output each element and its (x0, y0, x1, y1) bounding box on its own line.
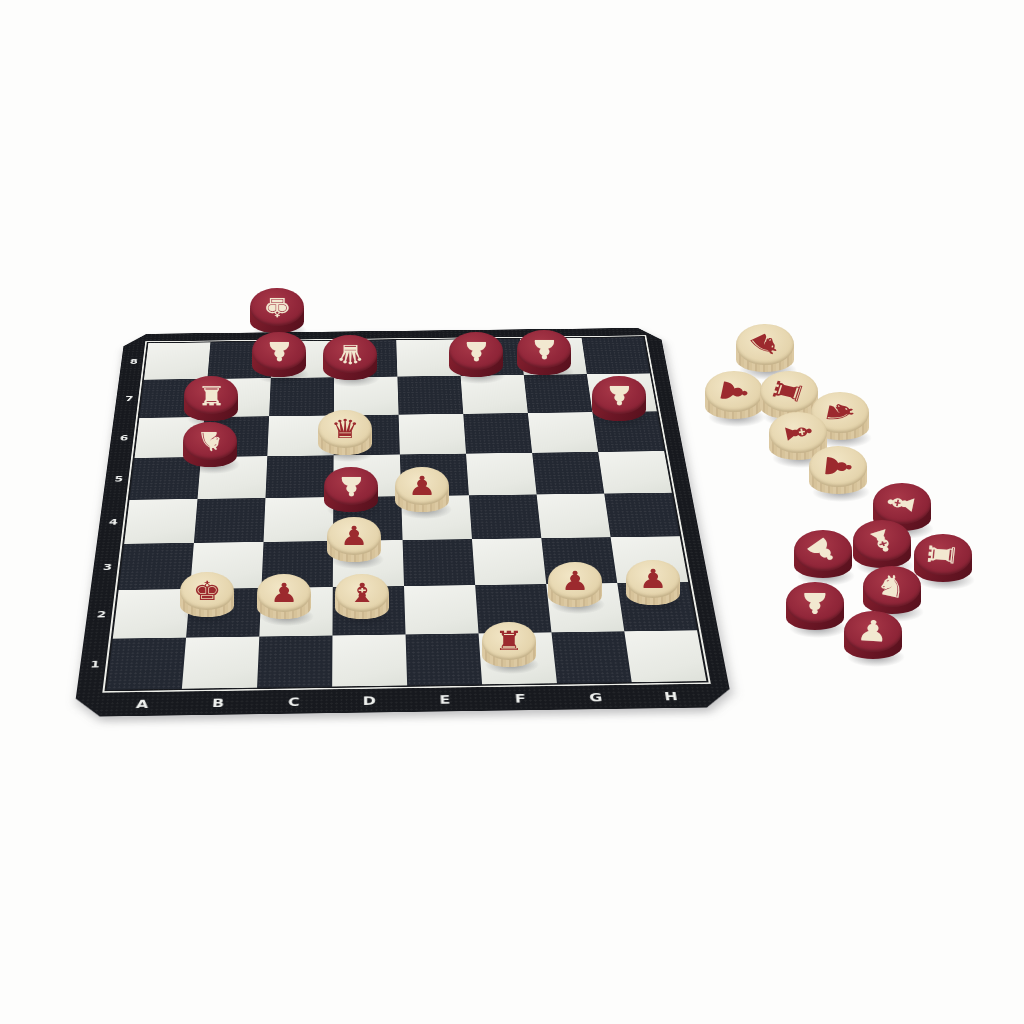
file-label-b: B (180, 693, 257, 710)
file-label-a: A (104, 694, 181, 711)
bishop-symbol-icon: ♝ (778, 418, 818, 448)
maroon-rook-b6[interactable]: ♜ (184, 376, 238, 428)
square-f3[interactable] (472, 538, 546, 585)
file-label-g: G (557, 687, 634, 704)
wood-pawn-h2[interactable]: ♟ (626, 560, 680, 612)
square-b4[interactable] (194, 498, 266, 543)
maroon-rook-captured-3[interactable]: ♜ (914, 534, 972, 590)
pawn-symbol-icon: ♟ (408, 473, 437, 499)
queen-symbol-icon: ♛ (331, 416, 360, 442)
pawn-symbol-icon: ♟ (337, 473, 366, 499)
file-label-f: F (482, 688, 559, 705)
rook-symbol-icon: ♜ (768, 376, 810, 408)
wood-bishop-d2[interactable]: ♝ (335, 574, 389, 626)
maroon-pawn-g7[interactable]: ♟ (517, 330, 571, 382)
wood-pawn-g2[interactable]: ♟ (548, 562, 602, 614)
maroon-pawn-captured-4[interactable]: ♟ (794, 530, 852, 586)
wood-pawn-c2[interactable]: ♟ (257, 574, 311, 626)
square-h5[interactable] (598, 451, 672, 493)
file-label-h: H (632, 686, 710, 703)
wood-pawn-captured-6[interactable]: ♟ (809, 446, 867, 502)
pawn-symbol-icon: ♟ (800, 531, 847, 570)
pawn-symbol-icon: ♟ (462, 338, 491, 364)
wood-king-b2[interactable]: ♚ (180, 572, 234, 624)
square-f5[interactable] (466, 453, 537, 496)
square-e3[interactable] (403, 539, 476, 586)
king-symbol-icon: ♚ (193, 578, 222, 604)
pawn-symbol-icon: ♟ (856, 616, 890, 647)
rook-symbol-icon: ♜ (197, 382, 226, 408)
king-symbol-icon: ♚ (263, 294, 292, 320)
square-f4[interactable] (469, 494, 541, 539)
rook-symbol-icon: ♜ (924, 541, 962, 569)
maroon-pawn-c7[interactable]: ♟ (252, 332, 306, 384)
square-g1[interactable] (551, 631, 631, 683)
square-e6[interactable] (399, 414, 466, 455)
square-a4[interactable] (124, 499, 197, 544)
square-h1[interactable] (624, 630, 706, 682)
square-g5[interactable] (532, 452, 604, 495)
wood-pawn-captured-2[interactable]: ♟ (705, 371, 763, 427)
rook-symbol-icon: ♜ (495, 628, 524, 654)
pawn-symbol-icon: ♟ (265, 338, 294, 364)
wood-queen-d5[interactable]: ♛ (318, 410, 372, 462)
square-c1[interactable] (257, 636, 332, 688)
pawn-symbol-icon: ♟ (605, 382, 634, 408)
maroon-pawn-f7[interactable]: ♟ (449, 332, 503, 384)
square-a8[interactable] (144, 342, 210, 379)
maroon-queen-d7[interactable]: ♛ (323, 335, 377, 387)
square-c4[interactable] (264, 497, 334, 542)
wood-pawn-e4[interactable]: ♟ (395, 467, 449, 519)
pawn-symbol-icon: ♟ (340, 523, 369, 549)
knight-symbol-icon: ♞ (743, 326, 788, 364)
file-label-e: E (407, 690, 483, 707)
maroon-pawn-h6[interactable]: ♟ (592, 376, 646, 428)
square-g6[interactable] (528, 412, 598, 453)
square-a2[interactable] (113, 589, 190, 639)
square-g4[interactable] (537, 494, 611, 539)
queen-symbol-icon: ♛ (336, 341, 365, 367)
wood-pawn-d3[interactable]: ♟ (327, 517, 381, 569)
pawn-symbol-icon: ♟ (639, 566, 668, 592)
pawn-symbol-icon: ♟ (561, 568, 590, 594)
bishop-symbol-icon: ♝ (882, 489, 922, 519)
pawn-symbol-icon: ♟ (270, 580, 299, 606)
file-label-c: C (256, 692, 332, 709)
knight-symbol-icon: ♞ (196, 428, 225, 454)
file-label-d: D (332, 691, 408, 708)
knight-symbol-icon: ♞ (872, 570, 911, 604)
wood-rook-f1[interactable]: ♜ (482, 622, 536, 674)
square-h8[interactable] (582, 337, 650, 374)
maroon-pawn-captured-6[interactable]: ♟ (786, 582, 844, 638)
maroon-pawn-captured-7[interactable]: ♟ (844, 611, 902, 667)
maroon-knight-b5[interactable]: ♞ (183, 422, 237, 474)
pawn-symbol-icon: ♟ (819, 453, 857, 481)
pawn-symbol-icon: ♟ (714, 377, 754, 407)
square-f6[interactable] (463, 413, 532, 454)
maroon-pawn-d4[interactable]: ♟ (324, 467, 378, 519)
square-a1[interactable] (107, 638, 186, 690)
square-e2[interactable] (404, 585, 479, 634)
square-h4[interactable] (604, 493, 680, 538)
square-b1[interactable] (182, 637, 259, 689)
pawn-symbol-icon: ♟ (799, 588, 830, 617)
pawn-symbol-icon: ♟ (530, 336, 559, 362)
square-d1[interactable] (332, 634, 407, 686)
square-e1[interactable] (406, 633, 483, 685)
bishop-symbol-icon: ♝ (861, 523, 902, 559)
bishop-symbol-icon: ♝ (348, 580, 377, 606)
